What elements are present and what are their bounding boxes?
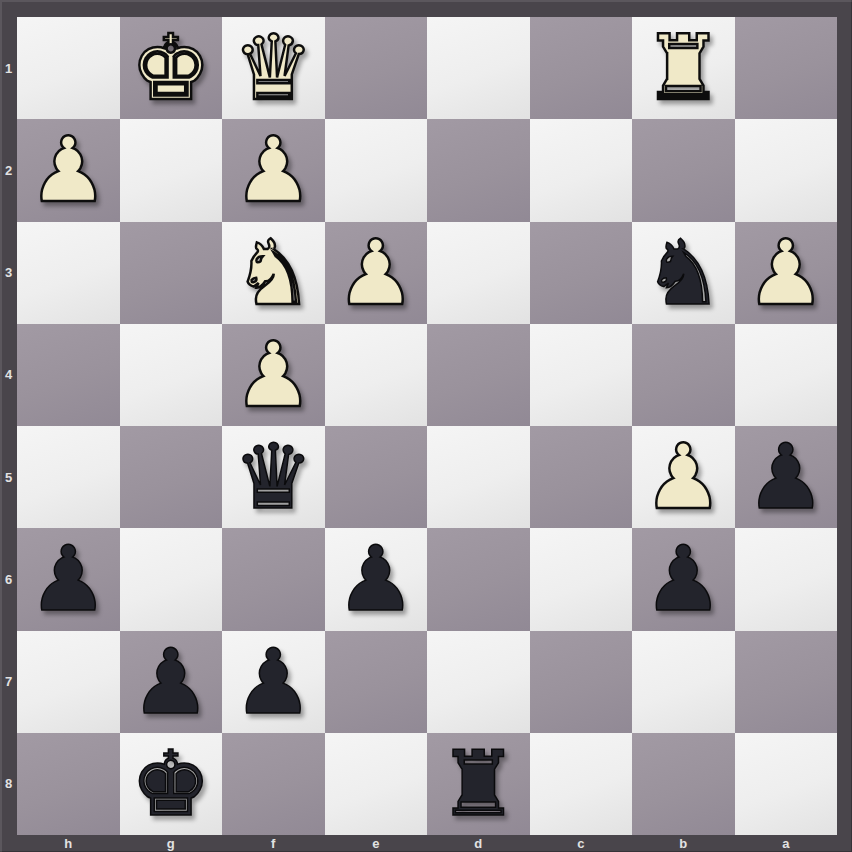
square-d7[interactable] bbox=[427, 631, 530, 733]
file-label-f: f bbox=[222, 835, 325, 852]
square-e6[interactable]: ♟ bbox=[325, 528, 428, 630]
rank-label-6: 6 bbox=[0, 528, 17, 630]
white-pawn[interactable]: ♟ bbox=[745, 228, 826, 318]
square-g2[interactable] bbox=[120, 119, 223, 221]
square-e5[interactable] bbox=[325, 426, 428, 528]
black-pawn[interactable]: ♟ bbox=[28, 534, 109, 624]
square-d6[interactable] bbox=[427, 528, 530, 630]
square-a6[interactable] bbox=[735, 528, 838, 630]
square-h2[interactable]: ♟ bbox=[17, 119, 120, 221]
file-label-h: h bbox=[17, 835, 120, 852]
rank-label-4: 4 bbox=[0, 324, 17, 426]
white-pawn[interactable]: ♟ bbox=[233, 125, 314, 215]
chess-board-frame: 12345678 ♚♛♜♟♟♞♟♞♟♟♛♟♟♟♟♟♟♟♚♜ hgfedcba bbox=[0, 0, 852, 852]
square-f5[interactable]: ♛ bbox=[222, 426, 325, 528]
square-h1[interactable] bbox=[17, 17, 120, 119]
square-g5[interactable] bbox=[120, 426, 223, 528]
square-d3[interactable] bbox=[427, 222, 530, 324]
square-f4[interactable]: ♟ bbox=[222, 324, 325, 426]
square-e2[interactable] bbox=[325, 119, 428, 221]
square-f1[interactable]: ♛ bbox=[222, 17, 325, 119]
square-b8[interactable] bbox=[632, 733, 735, 835]
white-queen[interactable]: ♛ bbox=[233, 23, 314, 113]
file-label-c: c bbox=[530, 835, 633, 852]
square-h8[interactable] bbox=[17, 733, 120, 835]
square-h5[interactable] bbox=[17, 426, 120, 528]
white-pawn[interactable]: ♟ bbox=[643, 432, 724, 522]
square-f7[interactable]: ♟ bbox=[222, 631, 325, 733]
square-b5[interactable]: ♟ bbox=[632, 426, 735, 528]
square-a4[interactable] bbox=[735, 324, 838, 426]
white-pawn[interactable]: ♟ bbox=[28, 125, 109, 215]
rank-labels: 12345678 bbox=[0, 17, 17, 835]
file-label-b: b bbox=[632, 835, 735, 852]
square-e4[interactable] bbox=[325, 324, 428, 426]
rank-label-8: 8 bbox=[0, 733, 17, 835]
square-e8[interactable] bbox=[325, 733, 428, 835]
square-d1[interactable] bbox=[427, 17, 530, 119]
square-b2[interactable] bbox=[632, 119, 735, 221]
square-e3[interactable]: ♟ bbox=[325, 222, 428, 324]
rank-label-3: 3 bbox=[0, 222, 17, 324]
square-f3[interactable]: ♞ bbox=[222, 222, 325, 324]
rank-label-2: 2 bbox=[0, 119, 17, 221]
square-b7[interactable] bbox=[632, 631, 735, 733]
black-knight[interactable]: ♞ bbox=[643, 228, 724, 318]
square-f2[interactable]: ♟ bbox=[222, 119, 325, 221]
square-a8[interactable] bbox=[735, 733, 838, 835]
file-label-d: d bbox=[427, 835, 530, 852]
square-h6[interactable]: ♟ bbox=[17, 528, 120, 630]
square-b4[interactable] bbox=[632, 324, 735, 426]
square-b3[interactable]: ♞ bbox=[632, 222, 735, 324]
black-pawn[interactable]: ♟ bbox=[643, 534, 724, 624]
rank-label-7: 7 bbox=[0, 631, 17, 733]
black-pawn[interactable]: ♟ bbox=[130, 637, 211, 727]
square-c7[interactable] bbox=[530, 631, 633, 733]
file-label-e: e bbox=[325, 835, 428, 852]
black-pawn[interactable]: ♟ bbox=[233, 637, 314, 727]
square-g1[interactable]: ♚ bbox=[120, 17, 223, 119]
square-g3[interactable] bbox=[120, 222, 223, 324]
square-g8[interactable]: ♚ bbox=[120, 733, 223, 835]
square-c2[interactable] bbox=[530, 119, 633, 221]
square-a1[interactable] bbox=[735, 17, 838, 119]
black-rook[interactable]: ♜ bbox=[438, 739, 519, 829]
square-f8[interactable] bbox=[222, 733, 325, 835]
square-c6[interactable] bbox=[530, 528, 633, 630]
file-label-a: a bbox=[735, 835, 838, 852]
chess-board[interactable]: ♚♛♜♟♟♞♟♞♟♟♛♟♟♟♟♟♟♟♚♜ bbox=[17, 17, 837, 835]
file-labels: hgfedcba bbox=[17, 835, 837, 852]
square-c8[interactable] bbox=[530, 733, 633, 835]
square-c5[interactable] bbox=[530, 426, 633, 528]
square-a2[interactable] bbox=[735, 119, 838, 221]
square-g6[interactable] bbox=[120, 528, 223, 630]
white-knight[interactable]: ♞ bbox=[233, 228, 314, 318]
square-g7[interactable]: ♟ bbox=[120, 631, 223, 733]
square-h3[interactable] bbox=[17, 222, 120, 324]
file-label-g: g bbox=[120, 835, 223, 852]
white-rook[interactable]: ♜ bbox=[643, 23, 724, 113]
square-a5[interactable]: ♟ bbox=[735, 426, 838, 528]
black-pawn[interactable]: ♟ bbox=[745, 432, 826, 522]
square-f6[interactable] bbox=[222, 528, 325, 630]
square-d8[interactable]: ♜ bbox=[427, 733, 530, 835]
square-d4[interactable] bbox=[427, 324, 530, 426]
square-h7[interactable] bbox=[17, 631, 120, 733]
square-e1[interactable] bbox=[325, 17, 428, 119]
square-g4[interactable] bbox=[120, 324, 223, 426]
white-pawn[interactable]: ♟ bbox=[233, 330, 314, 420]
square-b1[interactable]: ♜ bbox=[632, 17, 735, 119]
black-king[interactable]: ♚ bbox=[130, 739, 211, 829]
square-d2[interactable] bbox=[427, 119, 530, 221]
square-c4[interactable] bbox=[530, 324, 633, 426]
white-pawn[interactable]: ♟ bbox=[335, 228, 416, 318]
black-queen[interactable]: ♛ bbox=[233, 432, 314, 522]
square-b6[interactable]: ♟ bbox=[632, 528, 735, 630]
black-pawn[interactable]: ♟ bbox=[335, 534, 416, 624]
white-king[interactable]: ♚ bbox=[130, 23, 211, 113]
square-c3[interactable] bbox=[530, 222, 633, 324]
square-a7[interactable] bbox=[735, 631, 838, 733]
square-a3[interactable]: ♟ bbox=[735, 222, 838, 324]
rank-label-5: 5 bbox=[0, 426, 17, 528]
rank-label-1: 1 bbox=[0, 17, 17, 119]
square-e7[interactable] bbox=[325, 631, 428, 733]
square-d5[interactable] bbox=[427, 426, 530, 528]
square-h4[interactable] bbox=[17, 324, 120, 426]
square-c1[interactable] bbox=[530, 17, 633, 119]
